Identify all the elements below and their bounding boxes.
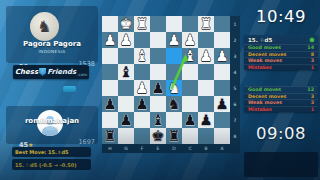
square-a6[interactable]: ♟	[214, 96, 230, 112]
quality-row-weak-moves: Weak moves3	[244, 57, 318, 64]
white-pawn-piece[interactable]: ♟	[216, 48, 229, 64]
file-label: H	[102, 144, 118, 153]
square-b4[interactable]	[198, 64, 214, 80]
square-f7[interactable]	[134, 112, 150, 128]
square-e7[interactable]: ♝	[150, 112, 166, 128]
square-h6[interactable]: ♟	[102, 96, 118, 112]
square-d8[interactable]: ♜	[166, 128, 182, 144]
last-move-label: 15. ♘d5	[248, 37, 272, 43]
file-label: F	[134, 144, 150, 153]
square-f5[interactable]: ♟	[134, 80, 150, 96]
square-h2[interactable]: ♟	[102, 32, 118, 48]
square-c6[interactable]	[182, 96, 198, 112]
white-rook-piece[interactable]: ♜	[200, 16, 213, 32]
square-d7[interactable]	[166, 112, 182, 128]
played-move-bar: 15. ♘d5 (-0.5 → -0.50)	[12, 159, 91, 170]
player-name: Pagora Pagora	[6, 40, 98, 48]
white-pawn-piece[interactable]: ♟	[136, 80, 149, 96]
square-e2[interactable]	[150, 32, 166, 48]
quality-row-mistakes: Mistakes1	[244, 64, 318, 71]
square-h4[interactable]	[102, 64, 118, 80]
quality-value: 12	[307, 87, 314, 92]
quality-label: Good moves	[248, 87, 281, 92]
clock-top: 10:49	[244, 7, 318, 26]
black-pawn-piece[interactable]: ♟	[152, 80, 165, 96]
black-knight-piece[interactable]: ♞	[168, 96, 181, 112]
square-d1[interactable]	[166, 16, 182, 32]
white-bishop-piece[interactable]: ♝	[184, 48, 197, 64]
quality-row-decent-moves: Decent moves3	[244, 93, 318, 100]
white-king-piece[interactable]: ♚	[120, 16, 133, 32]
square-d4[interactable]	[166, 64, 182, 80]
black-king-piece[interactable]: ♚	[152, 128, 165, 144]
quality-row-mistakes: Mistakes1	[244, 106, 318, 113]
file-label: A	[214, 144, 230, 153]
best-move-text: Best Move: 15.♗d5	[15, 149, 69, 155]
square-c3[interactable]: ♝	[182, 48, 198, 64]
white-rook-piece[interactable]: ♜	[136, 16, 149, 32]
rank-label: 4	[230, 64, 240, 80]
square-b1[interactable]: ♜	[198, 16, 214, 32]
square-g2[interactable]: ♟	[118, 32, 134, 48]
square-b7[interactable]: ♟	[198, 112, 214, 128]
quality-value: 1	[311, 107, 314, 112]
logo-text-2: Friends	[47, 68, 76, 76]
rank-label: 2	[230, 32, 240, 48]
square-g1[interactable]: ♚	[118, 16, 134, 32]
quality-label: Mistakes	[248, 65, 272, 70]
square-a3[interactable]: ♟	[214, 48, 230, 64]
square-d5[interactable]: ♞	[166, 80, 182, 96]
square-f8[interactable]	[134, 128, 150, 144]
clock-bottom: 09:08	[244, 124, 318, 143]
square-c1[interactable]	[182, 16, 198, 32]
quality-value: 3	[311, 58, 314, 63]
player-card-top: ♞ Pagora Pagora INDONESIA 20★ 1538	[6, 6, 98, 63]
white-bishop-piece[interactable]: ♝	[136, 48, 149, 64]
logo-text-1: Chess	[15, 68, 38, 76]
square-f1[interactable]: ♜	[134, 16, 150, 32]
file-label: D	[166, 144, 182, 153]
white-pawn-piece[interactable]: ♟	[184, 32, 197, 48]
file-label: E	[150, 144, 166, 153]
square-d6[interactable]: ♞	[166, 96, 182, 112]
square-e3[interactable]	[150, 48, 166, 64]
square-e5[interactable]: ♟	[150, 80, 166, 96]
chess-board[interactable]: ♚♜♜♟♟♟♟♝♝♟♟♝♟♟♞♟♟♞♟♟♝♟♟♜♚♜	[102, 16, 230, 144]
square-g3[interactable]	[118, 48, 134, 64]
black-pawn-piece[interactable]: ♟	[184, 112, 197, 128]
square-e4[interactable]	[150, 64, 166, 80]
square-c4[interactable]	[182, 64, 198, 80]
video-frame: ♞ Pagora Pagora INDONESIA 20★ 1538 Chess…	[0, 0, 320, 180]
black-pawn-piece[interactable]: ♟	[120, 112, 133, 128]
square-h8[interactable]: ♜	[102, 128, 118, 144]
square-f4[interactable]	[134, 64, 150, 80]
rank-labels: 12345678	[230, 16, 240, 144]
black-pawn-piece[interactable]: ♟	[104, 96, 117, 112]
quality-row-decent-moves: Decent moves8	[244, 51, 318, 58]
shield-icon: ♘	[39, 68, 46, 76]
move-quality-panel-bottom: Good moves12Decent moves3Weak moves3Mist…	[244, 86, 318, 112]
square-b5[interactable]	[198, 80, 214, 96]
mini-badge[interactable]	[63, 86, 76, 92]
black-bishop-piece[interactable]: ♝	[152, 112, 165, 128]
white-pawn-piece[interactable]: ♟	[120, 32, 133, 48]
black-pawn-piece[interactable]: ♟	[200, 112, 213, 128]
good-move-dot-icon	[310, 38, 314, 42]
player-name: romilmahajan	[6, 117, 98, 125]
white-pawn-piece[interactable]: ♟	[104, 32, 117, 48]
quality-value: 3	[311, 94, 314, 99]
black-rook-piece[interactable]: ♜	[104, 128, 117, 144]
square-c7[interactable]: ♟	[182, 112, 198, 128]
square-g6[interactable]	[118, 96, 134, 112]
avatar: ♞	[30, 12, 59, 41]
square-e6[interactable]	[150, 96, 166, 112]
square-a4[interactable]	[214, 64, 230, 80]
square-c5[interactable]	[182, 80, 198, 96]
square-c8[interactable]	[182, 128, 198, 144]
rank-label: 1	[230, 16, 240, 32]
square-b8[interactable]	[198, 128, 214, 144]
file-label: G	[118, 144, 134, 153]
quality-label: Decent moves	[248, 52, 286, 57]
file-label: C	[182, 144, 198, 153]
square-g7[interactable]: ♟	[118, 112, 134, 128]
square-f2[interactable]	[134, 32, 150, 48]
square-f6[interactable]: ♟	[134, 96, 150, 112]
square-h3[interactable]	[102, 48, 118, 64]
logo-tld: .com	[77, 72, 87, 77]
quality-row-good-moves: Good moves14	[244, 44, 318, 51]
square-d2[interactable]: ♟	[166, 32, 182, 48]
square-b3[interactable]: ♟	[198, 48, 214, 64]
black-pawn-piece[interactable]: ♟	[216, 96, 229, 112]
player-country: INDIA	[6, 126, 98, 131]
quality-row-weak-moves: Weak moves3	[244, 99, 318, 106]
quality-label: Weak moves	[248, 58, 282, 63]
white-pawn-piece[interactable]: ♟	[168, 32, 181, 48]
rank-label: 8	[230, 128, 240, 144]
file-labels: HGFEDCBA	[102, 144, 240, 153]
quality-value: 8	[311, 52, 314, 57]
square-g4[interactable]: ♝	[118, 64, 134, 80]
square-h7[interactable]	[102, 112, 118, 128]
file-label: B	[198, 144, 214, 153]
chessfriends-logo: Chess ♘ Friends .com	[13, 65, 89, 79]
rank-label: 5	[230, 80, 240, 96]
quality-label: Weak moves	[248, 100, 282, 105]
square-b6[interactable]	[198, 96, 214, 112]
quality-value: 3	[311, 100, 314, 105]
square-e8[interactable]: ♚	[150, 128, 166, 144]
quality-row-good-moves: Good moves12	[244, 86, 318, 93]
square-a7[interactable]	[214, 112, 230, 128]
square-a2[interactable]	[214, 32, 230, 48]
square-g8[interactable]	[118, 128, 134, 144]
quality-value: 14	[307, 45, 314, 50]
black-bishop-piece[interactable]: ♝	[120, 64, 133, 80]
player-rating: 1697	[78, 138, 95, 146]
player-card-bottom: romilmahajan INDIA 45★ 1697	[6, 106, 98, 144]
white-pawn-piece[interactable]: ♟	[200, 48, 213, 64]
square-d3[interactable]	[166, 48, 182, 64]
square-g5[interactable]	[118, 80, 134, 96]
rank-label: 6	[230, 96, 240, 112]
quality-label: Good moves	[248, 45, 281, 50]
quality-label: Decent moves	[248, 94, 286, 99]
black-pawn-piece[interactable]: ♟	[136, 96, 149, 112]
square-a5[interactable]	[214, 80, 230, 96]
best-move-bar: Best Move: 15.♗d5	[12, 147, 91, 157]
rank-label: 3	[230, 48, 240, 64]
move-quality-panel-top: 15. ♘d5 Good moves14Decent moves8Weak mo…	[244, 35, 318, 70]
white-knight-piece[interactable]: ♞	[168, 80, 181, 96]
square-b2[interactable]	[198, 32, 214, 48]
square-a8[interactable]	[214, 128, 230, 144]
square-h5[interactable]	[102, 80, 118, 96]
rank-label: 7	[230, 112, 240, 128]
square-f3[interactable]: ♝	[134, 48, 150, 64]
quality-value: 1	[311, 65, 314, 70]
quality-label: Mistakes	[248, 107, 272, 112]
played-move-text: 15. ♘d5 (-0.5 → -0.50)	[15, 162, 76, 168]
square-c2[interactable]: ♟	[182, 32, 198, 48]
square-e1[interactable]	[150, 16, 166, 32]
square-a1[interactable]	[214, 16, 230, 32]
black-rook-piece[interactable]: ♜	[168, 128, 181, 144]
move-list-panel	[244, 152, 318, 177]
square-h1[interactable]	[102, 16, 118, 32]
